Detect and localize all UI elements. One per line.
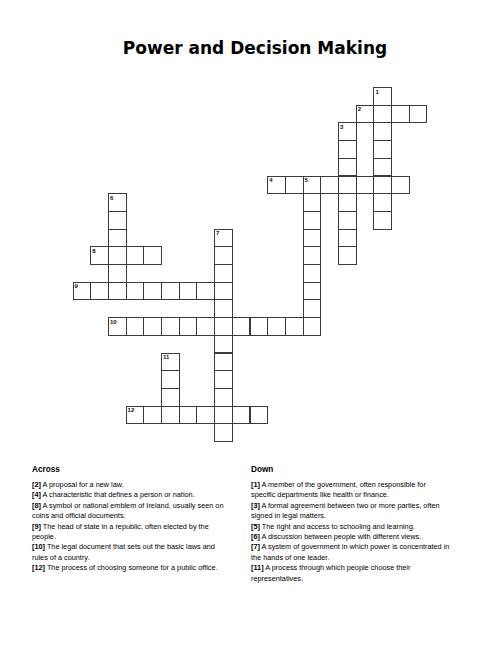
clue-6-down: [6] A discussion between people with dif…	[251, 532, 471, 542]
clue-text: specific departments like health or fina…	[251, 490, 471, 500]
grid-cell[interactable]	[108, 211, 127, 230]
clue-5-down: [5] The right and access to schooling an…	[251, 522, 471, 532]
grid-cell[interactable]	[373, 193, 392, 212]
clue-number: 12	[128, 407, 135, 413]
clue-number: 6	[110, 195, 113, 201]
clue-number: 5	[305, 177, 308, 183]
grid-cell[interactable]	[373, 140, 392, 159]
grid-cell[interactable]	[126, 282, 145, 301]
grid-cell[interactable]	[179, 406, 198, 425]
grid-cell[interactable]	[161, 317, 180, 336]
clue-text: [1] A member of the government, often re…	[251, 480, 471, 490]
grid-cell[interactable]	[303, 299, 322, 318]
across-header: Across	[32, 464, 245, 475]
grid-cell[interactable]	[214, 299, 233, 318]
clue-number-label: [5]	[251, 522, 260, 531]
clue-number: 3	[340, 124, 343, 130]
grid-cell[interactable]	[391, 105, 410, 124]
grid-cell[interactable]	[338, 211, 357, 230]
grid-cell[interactable]	[196, 282, 215, 301]
clue-4-across: [4] A characteristic that defines a pers…	[32, 490, 245, 500]
clue-number: 7	[216, 230, 219, 236]
grid-cell[interactable]	[232, 317, 251, 336]
clue-number-label: [4]	[32, 490, 41, 499]
clue-number: 8	[92, 248, 95, 254]
grid-cell[interactable]	[126, 246, 145, 265]
clue-number-label: [2]	[32, 480, 41, 489]
grid-cell[interactable]	[250, 406, 269, 425]
puzzle-title: Power and Decision Making	[5, 38, 500, 58]
grid-cell[interactable]	[179, 317, 198, 336]
grid-cell[interactable]	[196, 317, 215, 336]
grid-cell[interactable]	[161, 388, 180, 407]
clue-text: [6] A discussion between people with dif…	[251, 532, 471, 542]
grid-cell[interactable]	[303, 264, 322, 283]
clue-8-across: [8] A symbol or national emblem of Irela…	[32, 501, 245, 522]
grid-cell[interactable]	[214, 317, 233, 336]
clue-text: the hands of one leader.	[251, 553, 471, 563]
grid-cell[interactable]	[214, 282, 233, 301]
crossword-grid: 123456789101112	[73, 87, 429, 443]
grid-cell[interactable]	[161, 282, 180, 301]
grid-cell[interactable]	[285, 176, 304, 195]
grid-cell[interactable]	[108, 229, 127, 248]
grid-cell[interactable]	[373, 158, 392, 177]
grid-cell[interactable]	[143, 317, 162, 336]
grid-cell[interactable]	[303, 246, 322, 265]
down-header: Down	[251, 464, 471, 475]
across-clue-list: [2] A proposal for a new law.[4] A chara…	[32, 480, 245, 574]
clue-3-down: [3] A formal agreement between two or mo…	[251, 501, 471, 522]
grid-cell[interactable]	[196, 406, 215, 425]
across-clues-section: Across [2] A proposal for a new law.[4] …	[32, 464, 245, 574]
clue-text: signed in legal matters.	[251, 511, 471, 521]
grid-cell[interactable]	[214, 423, 233, 442]
grid-cell[interactable]	[303, 229, 322, 248]
grid-cell[interactable]	[179, 282, 198, 301]
clue-text: [8] A symbol or national emblem of Irela…	[32, 501, 245, 511]
grid-cell[interactable]	[356, 176, 375, 195]
grid-cell[interactable]	[143, 406, 162, 425]
clue-number: 4	[269, 177, 272, 183]
grid-cell[interactable]	[373, 122, 392, 141]
clue-12-across: [12] The process of choosing someone for…	[32, 563, 245, 573]
grid-cell[interactable]	[214, 264, 233, 283]
clue-number-label: [1]	[251, 480, 260, 489]
clue-7-down: [7] A system of government in which powe…	[251, 542, 471, 563]
grid-cell[interactable]	[338, 140, 357, 159]
grid-cell[interactable]	[214, 246, 233, 265]
grid-cell[interactable]	[338, 193, 357, 212]
clue-number: 2	[358, 106, 361, 112]
grid-cell[interactable]	[108, 282, 127, 301]
grid-cell[interactable]	[214, 406, 233, 425]
grid-cell[interactable]	[409, 105, 428, 124]
clue-number: 1	[375, 89, 378, 95]
clue-number: 9	[75, 283, 78, 289]
grid-cell[interactable]	[338, 246, 357, 265]
clue-text: people.	[32, 532, 245, 542]
clue-text: representatives.	[251, 574, 471, 584]
grid-cell[interactable]	[338, 176, 357, 195]
clue-text: [5] The right and access to schooling an…	[251, 522, 471, 532]
clue-text: [10] The legal document that sets out th…	[32, 542, 245, 552]
clue-text: [7] A system of government in which powe…	[251, 542, 471, 552]
grid-cell[interactable]	[285, 317, 304, 336]
grid-cell[interactable]	[214, 370, 233, 389]
grid-cell[interactable]	[108, 246, 127, 265]
grid-cell[interactable]	[214, 335, 233, 354]
clue-number-label: [6]	[251, 532, 260, 541]
grid-cell[interactable]	[303, 211, 322, 230]
grid-cell[interactable]	[143, 246, 162, 265]
grid-cell[interactable]	[161, 370, 180, 389]
clue-number-label: [12]	[32, 563, 45, 572]
grid-cell[interactable]	[267, 317, 286, 336]
clue-text: [11] A process through which people choo…	[251, 563, 471, 573]
clue-text: [4] A characteristic that defines a pers…	[32, 490, 245, 500]
clue-text: [3] A formal agreement between two or mo…	[251, 501, 471, 511]
grid-cell[interactable]	[161, 406, 180, 425]
grid-cell[interactable]	[214, 388, 233, 407]
clue-9-across: [9] The head of state in a republic, oft…	[32, 522, 245, 543]
grid-cell[interactable]	[373, 176, 392, 195]
down-clue-list: [1] A member of the government, often re…	[251, 480, 471, 584]
grid-cell[interactable]	[108, 264, 127, 283]
grid-cell[interactable]	[250, 317, 269, 336]
grid-cell[interactable]	[232, 406, 251, 425]
grid-cell[interactable]	[320, 176, 339, 195]
clue-text: rules of a country.	[32, 553, 245, 563]
grid-cell[interactable]	[126, 317, 145, 336]
clue-number-label: [8]	[32, 501, 41, 510]
clue-text: coins and official documents.	[32, 511, 245, 521]
clue-10-across: [10] The legal document that sets out th…	[32, 542, 245, 563]
clue-number-label: [3]	[251, 501, 260, 510]
grid-cell[interactable]	[391, 176, 410, 195]
clue-number-label: [10]	[32, 542, 45, 551]
grid-cell[interactable]	[373, 105, 392, 124]
clue-2-across: [2] A proposal for a new law.	[32, 480, 245, 490]
down-clues-section: Down [1] A member of the government, oft…	[251, 464, 471, 584]
grid-cell[interactable]	[90, 282, 109, 301]
clue-number: 10	[110, 319, 117, 325]
grid-cell[interactable]	[303, 193, 322, 212]
clue-11-down: [11] A process through which people choo…	[251, 563, 471, 584]
page: { "page": { "title": "Power and Decision…	[0, 0, 500, 647]
clue-text: [12] The process of choosing someone for…	[32, 563, 245, 573]
grid-cell[interactable]	[338, 229, 357, 248]
clue-text: [2] A proposal for a new law.	[32, 480, 245, 490]
grid-cell[interactable]	[143, 282, 162, 301]
grid-cell[interactable]	[373, 211, 392, 230]
grid-cell[interactable]	[303, 317, 322, 336]
grid-cell[interactable]	[303, 282, 322, 301]
clue-text: [9] The head of state in a republic, oft…	[32, 522, 245, 532]
clue-number: 11	[163, 354, 169, 360]
grid-cell[interactable]	[214, 353, 233, 372]
grid-cell[interactable]	[338, 158, 357, 177]
clue-number-label: [7]	[251, 542, 260, 551]
clue-1-down: [1] A member of the government, often re…	[251, 480, 471, 501]
clue-number-label: [9]	[32, 522, 41, 531]
clue-number-label: [11]	[251, 563, 264, 572]
